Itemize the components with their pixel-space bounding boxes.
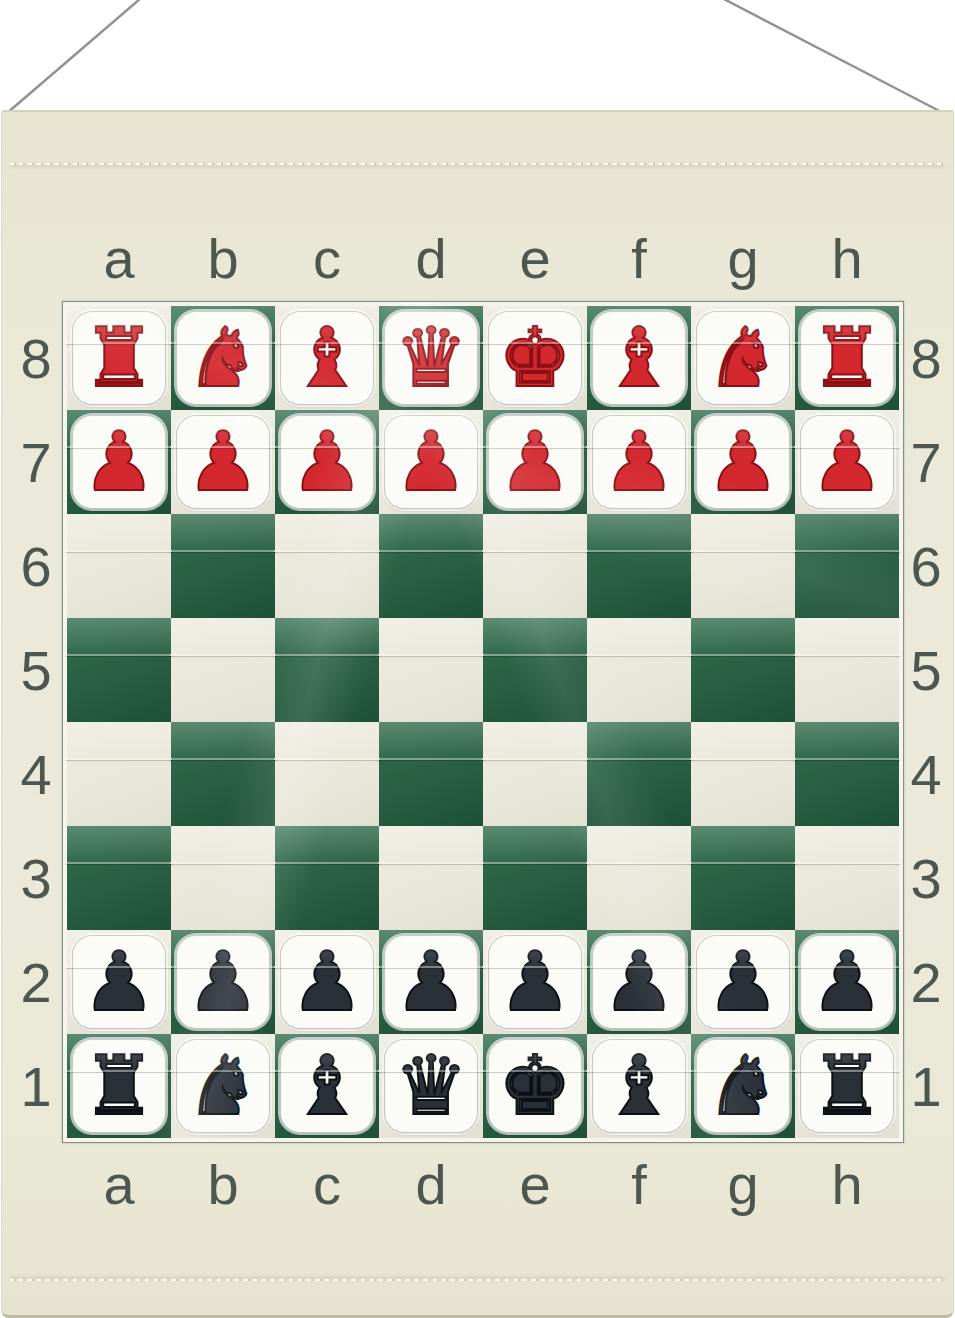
square-a6[interactable]: [67, 514, 171, 618]
square-f1[interactable]: ♝: [587, 1034, 691, 1138]
black-bishop: ♝: [602, 1045, 676, 1127]
red-queen: ♛: [394, 317, 468, 399]
file-label-g: g: [691, 226, 795, 291]
black-pawn: ♟: [810, 941, 884, 1023]
file-label-h: h: [795, 1152, 899, 1217]
rank-label-4: 4: [10, 722, 62, 826]
square-h6[interactable]: [795, 514, 899, 618]
square-e5[interactable]: [483, 618, 587, 722]
piece-tile-h7[interactable]: ♟: [800, 415, 894, 509]
piece-tile-h2[interactable]: ♟: [800, 935, 894, 1029]
file-label-b: b: [171, 226, 275, 291]
black-queen: ♛: [394, 1045, 468, 1127]
square-b6[interactable]: [171, 514, 275, 618]
file-label-g: g: [691, 1152, 795, 1217]
red-rook: ♜: [810, 317, 884, 399]
square-g2[interactable]: ♟: [691, 930, 795, 1034]
piece-tile-d7[interactable]: ♟: [384, 415, 478, 509]
red-pawn: ♟: [498, 421, 572, 503]
square-h1[interactable]: ♜: [795, 1034, 899, 1138]
piece-tile-f8[interactable]: ♝: [592, 311, 686, 405]
square-c6[interactable]: [275, 514, 379, 618]
square-c2[interactable]: ♟: [275, 930, 379, 1034]
square-g5[interactable]: [691, 618, 795, 722]
red-pawn: ♟: [706, 421, 780, 503]
rank-label-1: 1: [10, 1034, 62, 1138]
file-labels-bottom: abcdefgh: [67, 1152, 899, 1216]
piece-tile-h1[interactable]: ♜: [800, 1039, 894, 1133]
piece-tile-c1[interactable]: ♝: [280, 1039, 374, 1133]
piece-tile-g2[interactable]: ♟: [696, 935, 790, 1029]
square-f3[interactable]: [587, 826, 691, 930]
rank-label-1: 1: [900, 1034, 952, 1138]
square-a2[interactable]: ♟: [67, 930, 171, 1034]
piece-tile-f7[interactable]: ♟: [592, 415, 686, 509]
black-knight: ♞: [186, 1045, 260, 1127]
piece-tile-g8[interactable]: ♞: [696, 311, 790, 405]
piece-tile-g7[interactable]: ♟: [696, 415, 790, 509]
square-b1[interactable]: ♞: [171, 1034, 275, 1138]
square-b5[interactable]: [171, 618, 275, 722]
board-frame: ♜♞♝♛♚♝♞♜♟♟♟♟♟♟♟♟♟♟♟♟♟♟♟♟♜♞♝♛♚♝♞♜: [62, 301, 904, 1143]
square-a5[interactable]: [67, 618, 171, 722]
rank-label-2: 2: [10, 930, 62, 1034]
black-pawn: ♟: [706, 941, 780, 1023]
piece-tile-b2[interactable]: ♟: [176, 935, 270, 1029]
file-label-b: b: [171, 1152, 275, 1217]
square-a3[interactable]: [67, 826, 171, 930]
file-label-d: d: [379, 226, 483, 291]
square-b7[interactable]: ♟: [171, 410, 275, 514]
rank-label-8: 8: [10, 306, 62, 410]
square-h4[interactable]: [795, 722, 899, 826]
black-pawn: ♟: [602, 941, 676, 1023]
top-hem-stitching: [10, 163, 945, 165]
rank-labels-left: 87654321: [10, 306, 62, 1138]
piece-tile-f1[interactable]: ♝: [592, 1039, 686, 1133]
square-d3[interactable]: [379, 826, 483, 930]
square-f6[interactable]: [587, 514, 691, 618]
square-f5[interactable]: [587, 618, 691, 722]
piece-tile-d1[interactable]: ♛: [384, 1039, 478, 1133]
square-h7[interactable]: ♟: [795, 410, 899, 514]
bottom-hem-stitching: [10, 1279, 945, 1281]
red-rook: ♜: [82, 317, 156, 399]
square-c4[interactable]: [275, 722, 379, 826]
square-d6[interactable]: [379, 514, 483, 618]
square-f7[interactable]: ♟: [587, 410, 691, 514]
piece-tile-e7[interactable]: ♟: [488, 415, 582, 509]
black-pawn: ♟: [186, 941, 260, 1023]
black-pawn: ♟: [394, 941, 468, 1023]
piece-tile-e1[interactable]: ♚: [488, 1039, 582, 1133]
rank-label-3: 3: [10, 826, 62, 930]
square-g8[interactable]: ♞: [691, 306, 795, 410]
piece-tile-g1[interactable]: ♞: [696, 1039, 790, 1133]
piece-tile-a7[interactable]: ♟: [72, 415, 166, 509]
red-bishop: ♝: [602, 317, 676, 399]
square-d4[interactable]: [379, 722, 483, 826]
file-label-e: e: [483, 1152, 587, 1217]
red-pawn: ♟: [290, 421, 364, 503]
file-labels-top: abcdefgh: [67, 226, 899, 290]
square-b4[interactable]: [171, 722, 275, 826]
piece-tile-a8[interactable]: ♜: [72, 311, 166, 405]
piece-tile-a1[interactable]: ♜: [72, 1039, 166, 1133]
file-label-d: d: [379, 1152, 483, 1217]
rank-label-5: 5: [10, 618, 62, 722]
square-c7[interactable]: ♟: [275, 410, 379, 514]
piece-tile-a2[interactable]: ♟: [72, 935, 166, 1029]
square-g4[interactable]: [691, 722, 795, 826]
square-a7[interactable]: ♟: [67, 410, 171, 514]
demo-chessboard-photo: abcdefgh abcdefgh 87654321 87654321 ♜♞♝♛…: [0, 0, 955, 1318]
square-h5[interactable]: [795, 618, 899, 722]
square-e1[interactable]: ♚: [483, 1034, 587, 1138]
square-a1[interactable]: ♜: [67, 1034, 171, 1138]
red-pawn: ♟: [602, 421, 676, 503]
red-king: ♚: [498, 317, 572, 399]
file-label-a: a: [67, 226, 171, 291]
square-g7[interactable]: ♟: [691, 410, 795, 514]
red-pawn: ♟: [186, 421, 260, 503]
square-a4[interactable]: [67, 722, 171, 826]
black-rook: ♜: [810, 1045, 884, 1127]
hanging-string-right: [360, 0, 949, 116]
square-d5[interactable]: [379, 618, 483, 722]
file-label-f: f: [587, 1152, 691, 1217]
square-a8[interactable]: ♜: [67, 306, 171, 410]
rank-label-5: 5: [900, 618, 952, 722]
red-knight: ♞: [706, 317, 780, 399]
file-label-f: f: [587, 226, 691, 291]
rank-label-3: 3: [900, 826, 952, 930]
black-rook: ♜: [82, 1045, 156, 1127]
square-h8[interactable]: ♜: [795, 306, 899, 410]
piece-tile-b7[interactable]: ♟: [176, 415, 270, 509]
rank-label-6: 6: [10, 514, 62, 618]
black-pawn: ♟: [82, 941, 156, 1023]
rank-label-4: 4: [900, 722, 952, 826]
hanging-string-left: [6, 0, 360, 114]
rank-label-6: 6: [900, 514, 952, 618]
rank-label-7: 7: [10, 410, 62, 514]
file-label-c: c: [275, 1152, 379, 1217]
square-f8[interactable]: ♝: [587, 306, 691, 410]
square-e6[interactable]: [483, 514, 587, 618]
black-pawn: ♟: [498, 941, 572, 1023]
square-g3[interactable]: [691, 826, 795, 930]
file-label-c: c: [275, 226, 379, 291]
square-g6[interactable]: [691, 514, 795, 618]
piece-tile-f2[interactable]: ♟: [592, 935, 686, 1029]
piece-tile-c7[interactable]: ♟: [280, 415, 374, 509]
piece-tile-d8[interactable]: ♛: [384, 311, 478, 405]
red-pawn: ♟: [82, 421, 156, 503]
piece-tile-e2[interactable]: ♟: [488, 935, 582, 1029]
file-label-a: a: [67, 1152, 171, 1217]
square-d7[interactable]: ♟: [379, 410, 483, 514]
square-g1[interactable]: ♞: [691, 1034, 795, 1138]
piece-tile-h8[interactable]: ♜: [800, 311, 894, 405]
file-label-e: e: [483, 226, 587, 291]
square-e3[interactable]: [483, 826, 587, 930]
rank-label-7: 7: [900, 410, 952, 514]
square-c1[interactable]: ♝: [275, 1034, 379, 1138]
square-f2[interactable]: ♟: [587, 930, 691, 1034]
black-pawn: ♟: [290, 941, 364, 1023]
square-e7[interactable]: ♟: [483, 410, 587, 514]
square-h2[interactable]: ♟: [795, 930, 899, 1034]
square-e8[interactable]: ♚: [483, 306, 587, 410]
rank-label-2: 2: [900, 930, 952, 1034]
rank-labels-right: 87654321: [900, 306, 952, 1138]
square-h3[interactable]: [795, 826, 899, 930]
red-pawn: ♟: [810, 421, 884, 503]
file-label-h: h: [795, 226, 899, 291]
square-c3[interactable]: [275, 826, 379, 930]
square-b2[interactable]: ♟: [171, 930, 275, 1034]
black-knight: ♞: [706, 1045, 780, 1127]
black-bishop: ♝: [290, 1045, 364, 1127]
piece-tile-c8[interactable]: ♝: [280, 311, 374, 405]
square-d2[interactable]: ♟: [379, 930, 483, 1034]
square-f4[interactable]: [587, 722, 691, 826]
black-king: ♚: [498, 1045, 572, 1127]
square-d8[interactable]: ♛: [379, 306, 483, 410]
square-c5[interactable]: [275, 618, 379, 722]
square-d1[interactable]: ♛: [379, 1034, 483, 1138]
piece-tile-b8[interactable]: ♞: [176, 311, 270, 405]
square-e4[interactable]: [483, 722, 587, 826]
chess-board: ♜♞♝♛♚♝♞♜♟♟♟♟♟♟♟♟♟♟♟♟♟♟♟♟♜♞♝♛♚♝♞♜: [67, 306, 899, 1138]
piece-tile-b1[interactable]: ♞: [176, 1039, 270, 1133]
square-b3[interactable]: [171, 826, 275, 930]
red-pawn: ♟: [394, 421, 468, 503]
piece-tile-e8[interactable]: ♚: [488, 311, 582, 405]
square-c8[interactable]: ♝: [275, 306, 379, 410]
red-bishop: ♝: [290, 317, 364, 399]
piece-tile-c2[interactable]: ♟: [280, 935, 374, 1029]
red-knight: ♞: [186, 317, 260, 399]
rank-label-8: 8: [900, 306, 952, 410]
square-b8[interactable]: ♞: [171, 306, 275, 410]
square-e2[interactable]: ♟: [483, 930, 587, 1034]
piece-tile-d2[interactable]: ♟: [384, 935, 478, 1029]
